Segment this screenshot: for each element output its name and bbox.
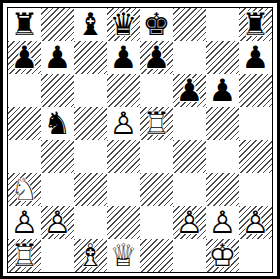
square-e5[interactable]: ♜♖ <box>140 107 173 140</box>
white-rook: ♜♖ <box>8 239 41 272</box>
square-e8[interactable]: ♚ <box>140 8 173 41</box>
chess-diagram: ♜♝♛♚♜♟♟♟♟♟♟♟♞♟♙♜♖♞♘♟♙♟♙♟♙♟♙♟♙♜♖♝♗♛♕♚♔ <box>0 0 280 279</box>
square-h5[interactable] <box>239 107 272 140</box>
square-c3[interactable] <box>74 173 107 206</box>
square-d1[interactable]: ♛♕ <box>107 239 140 272</box>
white-queen: ♛♕ <box>107 239 140 272</box>
square-c7[interactable] <box>74 41 107 74</box>
square-f8[interactable] <box>173 8 206 41</box>
square-b1[interactable] <box>41 239 74 272</box>
black-pawn: ♟ <box>239 41 272 74</box>
black-bishop: ♝ <box>74 8 107 41</box>
square-c8[interactable]: ♝ <box>74 8 107 41</box>
white-bishop: ♝♗ <box>74 239 107 272</box>
square-g5[interactable] <box>206 107 239 140</box>
black-queen: ♛ <box>107 8 140 41</box>
square-b2[interactable]: ♟♙ <box>41 206 74 239</box>
square-d3[interactable] <box>107 173 140 206</box>
square-g1[interactable]: ♚♔ <box>206 239 239 272</box>
black-king: ♚ <box>140 8 173 41</box>
square-a6[interactable] <box>8 74 41 107</box>
white-knight: ♞♘ <box>8 173 41 206</box>
white-rook: ♜♖ <box>140 107 173 140</box>
square-c4[interactable] <box>74 140 107 173</box>
square-g4[interactable] <box>206 140 239 173</box>
square-h8[interactable]: ♜ <box>239 8 272 41</box>
square-a3[interactable]: ♞♘ <box>8 173 41 206</box>
square-g7[interactable] <box>206 41 239 74</box>
black-pawn: ♟ <box>140 41 173 74</box>
square-f3[interactable] <box>173 173 206 206</box>
square-c2[interactable] <box>74 206 107 239</box>
square-a8[interactable]: ♜ <box>8 8 41 41</box>
black-pawn: ♟ <box>41 41 74 74</box>
white-pawn: ♟♙ <box>173 206 206 239</box>
square-b6[interactable] <box>41 74 74 107</box>
square-g6[interactable]: ♟ <box>206 74 239 107</box>
black-rook: ♜ <box>239 8 272 41</box>
square-e2[interactable] <box>140 206 173 239</box>
black-rook: ♜ <box>8 8 41 41</box>
square-b5[interactable]: ♞ <box>41 107 74 140</box>
white-king: ♚♔ <box>206 239 239 272</box>
square-c5[interactable] <box>74 107 107 140</box>
square-g8[interactable] <box>206 8 239 41</box>
white-pawn: ♟♙ <box>239 206 272 239</box>
square-g3[interactable] <box>206 173 239 206</box>
square-d5[interactable]: ♟♙ <box>107 107 140 140</box>
black-pawn: ♟ <box>107 41 140 74</box>
square-a4[interactable] <box>8 140 41 173</box>
square-h4[interactable] <box>239 140 272 173</box>
square-a5[interactable] <box>8 107 41 140</box>
square-b4[interactable] <box>41 140 74 173</box>
square-e3[interactable] <box>140 173 173 206</box>
square-c6[interactable] <box>74 74 107 107</box>
square-d6[interactable] <box>107 74 140 107</box>
square-h1[interactable] <box>239 239 272 272</box>
square-e7[interactable]: ♟ <box>140 41 173 74</box>
white-pawn: ♟♙ <box>41 206 74 239</box>
square-d8[interactable]: ♛ <box>107 8 140 41</box>
square-f2[interactable]: ♟♙ <box>173 206 206 239</box>
black-knight: ♞ <box>41 107 74 140</box>
black-pawn: ♟ <box>173 74 206 107</box>
square-e6[interactable] <box>140 74 173 107</box>
square-c1[interactable]: ♝♗ <box>74 239 107 272</box>
white-pawn: ♟♙ <box>107 107 140 140</box>
square-f7[interactable] <box>173 41 206 74</box>
chess-board: ♜♝♛♚♜♟♟♟♟♟♟♟♞♟♙♜♖♞♘♟♙♟♙♟♙♟♙♟♙♜♖♝♗♛♕♚♔ <box>7 7 273 273</box>
black-pawn: ♟ <box>8 41 41 74</box>
square-h7[interactable]: ♟ <box>239 41 272 74</box>
square-h3[interactable] <box>239 173 272 206</box>
square-d2[interactable] <box>107 206 140 239</box>
square-f4[interactable] <box>173 140 206 173</box>
square-h2[interactable]: ♟♙ <box>239 206 272 239</box>
square-a2[interactable]: ♟♙ <box>8 206 41 239</box>
square-a7[interactable]: ♟ <box>8 41 41 74</box>
square-b3[interactable] <box>41 173 74 206</box>
square-e4[interactable] <box>140 140 173 173</box>
square-b7[interactable]: ♟ <box>41 41 74 74</box>
square-a1[interactable]: ♜♖ <box>8 239 41 272</box>
square-f5[interactable] <box>173 107 206 140</box>
square-d7[interactable]: ♟ <box>107 41 140 74</box>
square-e1[interactable] <box>140 239 173 272</box>
square-h6[interactable] <box>239 74 272 107</box>
black-pawn: ♟ <box>206 74 239 107</box>
square-g2[interactable]: ♟♙ <box>206 206 239 239</box>
white-pawn: ♟♙ <box>8 206 41 239</box>
square-b8[interactable] <box>41 8 74 41</box>
white-pawn: ♟♙ <box>206 206 239 239</box>
square-f1[interactable] <box>173 239 206 272</box>
square-d4[interactable] <box>107 140 140 173</box>
square-f6[interactable]: ♟ <box>173 74 206 107</box>
